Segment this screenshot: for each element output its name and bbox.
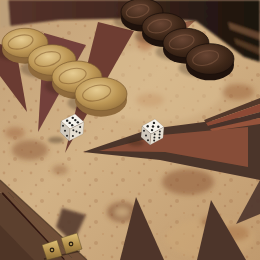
backgammon-photo — [0, 0, 260, 260]
hinge-screw-center — [70, 243, 72, 245]
hinge-screw-center — [51, 249, 53, 251]
backgammon-board-photo — [0, 0, 260, 260]
